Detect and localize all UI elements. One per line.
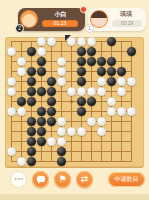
go-game-app: 2 小白 01:23 1 琪琪 00:28 ⋯ ⚑ ⇄ 申请数目 <box>0 0 149 200</box>
black-stone <box>107 77 116 86</box>
black-stone <box>97 67 106 76</box>
white-stone <box>57 57 66 66</box>
white-stone <box>77 87 86 96</box>
more-button[interactable]: ⋯ <box>10 171 27 188</box>
black-stone <box>17 97 26 106</box>
black-stone <box>107 67 116 76</box>
white-stone <box>17 57 26 66</box>
white-stone <box>17 157 26 166</box>
white-stone <box>127 107 136 116</box>
black-stone <box>77 67 86 76</box>
white-stone <box>87 117 96 126</box>
white-stone <box>7 107 16 116</box>
black-stone <box>37 67 46 76</box>
white-stone <box>117 87 126 96</box>
black-stone <box>77 107 86 116</box>
white-stone <box>67 37 76 46</box>
white-stone <box>127 77 136 86</box>
white-stone <box>37 37 46 46</box>
white-stone <box>57 117 66 126</box>
white-stone <box>117 107 126 116</box>
black-stone <box>27 87 36 96</box>
more-icon: ⋯ <box>14 174 23 184</box>
right-player-timer: 00:28 <box>112 20 142 27</box>
white-stone <box>7 77 16 86</box>
white-stone <box>37 47 46 56</box>
flag-icon: ⚑ <box>58 174 66 184</box>
black-stone <box>37 137 46 146</box>
white-stone <box>87 37 96 46</box>
black-stone <box>27 157 36 166</box>
white-stone <box>47 37 56 46</box>
black-stone <box>47 97 56 106</box>
black-stone <box>47 117 56 126</box>
white-stone <box>57 137 66 146</box>
black-stone <box>37 57 46 66</box>
chat-bubble-icon <box>37 176 45 182</box>
go-board[interactable] <box>5 37 144 167</box>
white-stone <box>47 137 56 146</box>
black-stone <box>37 87 46 96</box>
white-stone <box>17 107 26 116</box>
white-stone <box>97 127 106 136</box>
white-stone <box>7 47 16 56</box>
player-card-left: 2 小白 01:23 <box>18 8 85 31</box>
white-stone <box>57 127 66 136</box>
footer-strip <box>0 194 149 200</box>
black-stone <box>47 77 56 86</box>
left-player-name: 小白 <box>40 11 81 18</box>
white-stone <box>77 37 86 46</box>
black-stone <box>47 107 56 116</box>
white-stone <box>67 127 76 136</box>
right-capture-badge: 1 <box>85 24 94 33</box>
swap-arrows-icon: ⇄ <box>81 174 89 184</box>
white-stone <box>7 147 16 156</box>
black-stone <box>27 47 36 56</box>
white-stone <box>107 97 116 106</box>
white-stone <box>57 77 66 86</box>
black-stone <box>27 117 36 126</box>
black-stone <box>117 67 126 76</box>
black-stone <box>57 147 66 156</box>
black-stone <box>27 67 36 76</box>
chat-button[interactable] <box>32 171 49 188</box>
player-card-right: 1 琪琪 00:28 <box>88 8 146 31</box>
white-stone <box>57 67 66 76</box>
black-stone <box>47 87 56 96</box>
black-stone <box>87 47 96 56</box>
black-stone <box>37 107 46 116</box>
black-stone <box>87 57 96 66</box>
white-stone <box>77 127 86 136</box>
black-stone <box>77 57 86 66</box>
black-stone <box>107 37 116 46</box>
black-stone <box>77 47 86 56</box>
swap-button[interactable]: ⇄ <box>76 171 93 188</box>
black-stone <box>27 97 36 106</box>
hoshi-point <box>70 100 73 103</box>
black-stone <box>97 57 106 66</box>
white-stone <box>17 67 26 76</box>
white-stone <box>117 77 126 86</box>
black-stone <box>27 137 36 146</box>
turn-indicator-dot <box>80 6 87 13</box>
black-stone <box>57 157 66 166</box>
black-stone <box>107 57 116 66</box>
black-stone <box>37 127 46 136</box>
white-stone <box>87 87 96 96</box>
black-stone <box>77 97 86 106</box>
left-player-timer: 01:23 <box>42 20 78 27</box>
black-stone <box>27 77 36 86</box>
white-stone <box>7 87 16 96</box>
request-count-button[interactable]: 申请数目 <box>108 172 145 187</box>
black-stone <box>27 127 36 136</box>
white-stone <box>97 117 106 126</box>
black-stone <box>87 97 96 106</box>
left-capture-badge: 2 <box>15 24 24 33</box>
black-stone <box>37 117 46 126</box>
right-player-name: 琪琪 <box>110 11 142 18</box>
white-stone <box>97 87 106 96</box>
white-stone <box>107 107 116 116</box>
white-stone <box>67 87 76 96</box>
black-stone <box>127 47 136 56</box>
resign-button[interactable]: ⚑ <box>54 171 71 188</box>
black-stone <box>27 147 36 156</box>
white-stone <box>97 77 106 86</box>
black-stone <box>77 77 86 86</box>
